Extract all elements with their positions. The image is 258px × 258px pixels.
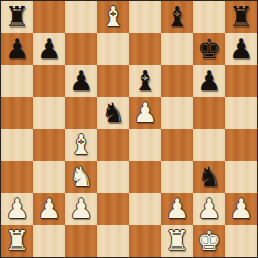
square-a5[interactable] (1, 97, 33, 129)
square-e4[interactable] (129, 129, 161, 161)
piece-white-king[interactable]: ♚ (197, 225, 221, 257)
square-g7[interactable]: ♚ (193, 33, 225, 65)
square-c5[interactable] (65, 97, 97, 129)
piece-white-pawn[interactable]: ♟ (133, 97, 157, 129)
square-a7[interactable]: ♟ (1, 33, 33, 65)
piece-white-bishop[interactable]: ♝ (69, 129, 93, 161)
square-a8[interactable]: ♜ (1, 1, 33, 33)
piece-black-pawn[interactable]: ♟ (197, 65, 221, 97)
square-b8[interactable] (33, 1, 65, 33)
square-a3[interactable] (1, 161, 33, 193)
piece-white-pawn[interactable]: ♟ (69, 193, 93, 225)
chess-board-frame: ♜♝♝♜♟♟♚♟♟♝♟♞♟♝♞♞♟♟♟♟♟♟♜♜♚ (0, 0, 258, 258)
square-h2[interactable]: ♟ (225, 193, 257, 225)
square-h6[interactable] (225, 65, 257, 97)
square-g4[interactable] (193, 129, 225, 161)
square-d4[interactable] (97, 129, 129, 161)
square-a2[interactable]: ♟ (1, 193, 33, 225)
square-b6[interactable] (33, 65, 65, 97)
square-g5[interactable] (193, 97, 225, 129)
square-e5[interactable]: ♟ (129, 97, 161, 129)
square-b7[interactable]: ♟ (33, 33, 65, 65)
piece-white-pawn[interactable]: ♟ (229, 193, 253, 225)
square-f5[interactable] (161, 97, 193, 129)
square-d5[interactable]: ♞ (97, 97, 129, 129)
square-g8[interactable] (193, 1, 225, 33)
piece-black-pawn[interactable]: ♟ (37, 33, 61, 65)
square-f8[interactable]: ♝ (161, 1, 193, 33)
piece-white-pawn[interactable]: ♟ (197, 193, 221, 225)
piece-black-pawn[interactable]: ♟ (229, 33, 253, 65)
piece-white-pawn[interactable]: ♟ (37, 193, 61, 225)
square-f3[interactable] (161, 161, 193, 193)
square-f7[interactable] (161, 33, 193, 65)
square-e8[interactable] (129, 1, 161, 33)
piece-black-king[interactable]: ♚ (197, 33, 221, 65)
square-e2[interactable] (129, 193, 161, 225)
square-b3[interactable] (33, 161, 65, 193)
piece-white-pawn[interactable]: ♟ (5, 193, 29, 225)
chess-board: ♜♝♝♜♟♟♚♟♟♝♟♞♟♝♞♞♟♟♟♟♟♟♜♜♚ (1, 1, 257, 257)
piece-black-bishop[interactable]: ♝ (165, 1, 189, 33)
square-c4[interactable]: ♝ (65, 129, 97, 161)
piece-white-rook[interactable]: ♜ (5, 225, 29, 257)
square-f4[interactable] (161, 129, 193, 161)
piece-black-bishop[interactable]: ♝ (133, 65, 157, 97)
square-a1[interactable]: ♜ (1, 225, 33, 257)
piece-white-rook[interactable]: ♜ (165, 225, 189, 257)
square-d1[interactable] (97, 225, 129, 257)
square-c1[interactable] (65, 225, 97, 257)
square-e7[interactable] (129, 33, 161, 65)
square-h4[interactable] (225, 129, 257, 161)
piece-black-knight[interactable]: ♞ (197, 161, 221, 193)
square-b1[interactable] (33, 225, 65, 257)
piece-black-pawn[interactable]: ♟ (69, 65, 93, 97)
square-f1[interactable]: ♜ (161, 225, 193, 257)
square-e1[interactable] (129, 225, 161, 257)
square-c2[interactable]: ♟ (65, 193, 97, 225)
square-d3[interactable] (97, 161, 129, 193)
square-c6[interactable]: ♟ (65, 65, 97, 97)
square-e6[interactable]: ♝ (129, 65, 161, 97)
square-d8[interactable]: ♝ (97, 1, 129, 33)
square-g2[interactable]: ♟ (193, 193, 225, 225)
piece-white-pawn[interactable]: ♟ (165, 193, 189, 225)
piece-black-rook[interactable]: ♜ (229, 1, 253, 33)
square-d7[interactable] (97, 33, 129, 65)
square-a6[interactable] (1, 65, 33, 97)
square-a4[interactable] (1, 129, 33, 161)
square-h1[interactable] (225, 225, 257, 257)
piece-black-rook[interactable]: ♜ (5, 1, 29, 33)
square-h3[interactable] (225, 161, 257, 193)
square-d6[interactable] (97, 65, 129, 97)
square-b2[interactable]: ♟ (33, 193, 65, 225)
square-e3[interactable] (129, 161, 161, 193)
square-h5[interactable] (225, 97, 257, 129)
square-g1[interactable]: ♚ (193, 225, 225, 257)
square-f6[interactable] (161, 65, 193, 97)
piece-white-bishop[interactable]: ♝ (101, 1, 125, 33)
piece-black-pawn[interactable]: ♟ (5, 33, 29, 65)
square-h7[interactable]: ♟ (225, 33, 257, 65)
piece-black-knight[interactable]: ♞ (101, 97, 125, 129)
square-g6[interactable]: ♟ (193, 65, 225, 97)
piece-white-knight[interactable]: ♞ (69, 161, 93, 193)
square-b4[interactable] (33, 129, 65, 161)
square-d2[interactable] (97, 193, 129, 225)
square-g3[interactable]: ♞ (193, 161, 225, 193)
square-f2[interactable]: ♟ (161, 193, 193, 225)
square-c7[interactable] (65, 33, 97, 65)
square-c8[interactable] (65, 1, 97, 33)
square-c3[interactable]: ♞ (65, 161, 97, 193)
square-h8[interactable]: ♜ (225, 1, 257, 33)
square-b5[interactable] (33, 97, 65, 129)
